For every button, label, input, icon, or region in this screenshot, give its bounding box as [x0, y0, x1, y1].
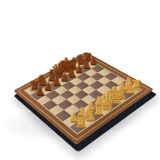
- board-squares: ♜♞♝♛♚♝♞♜♟♟♟♟♟♟♟♟♟♟♟♟♟♟♟♟♜♞♝♛♚♝♞♜: [25, 58, 140, 133]
- square-g3: [104, 81, 118, 90]
- scene: ♜♞♝♛♚♝♞♜♟♟♟♟♟♟♟♟♟♟♟♟♟♟♟♟♜♞♝♛♚♝♞♜: [0, 0, 160, 160]
- piece-white-pawn: ♟: [124, 77, 134, 87]
- square-b8: ♞: [34, 82, 48, 91]
- piece-black-rook: ♜: [82, 52, 92, 63]
- chess-set-product-photo: ♜♞♝♛♚♝♞♜♟♟♟♟♟♟♟♟♟♟♟♟♟♟♟♟♜♞♝♛♚♝♞♜: [0, 0, 160, 160]
- chess-board: ♜♞♝♛♚♝♞♜♟♟♟♟♟♟♟♟♟♟♟♟♟♟♟♟♜♞♝♛♚♝♞♜: [13, 52, 154, 145]
